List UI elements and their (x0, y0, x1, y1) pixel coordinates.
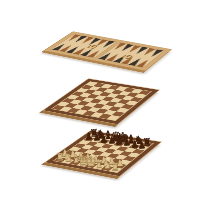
product-photo: ♜♞♝♛♚♝♞♜♟♟♟♟♟♟♟♟♟♟♟♟♟♟♟♟♜♞♝♛♚♝♞♜ (0, 0, 210, 210)
checkers-board (42, 78, 160, 124)
chess-square-h1 (109, 167, 122, 172)
chess-grid (54, 134, 152, 173)
chess-board (44, 130, 162, 176)
backgammon-board (43, 31, 172, 71)
checkers-square-h1 (107, 115, 120, 120)
checkers-grid (52, 82, 150, 121)
